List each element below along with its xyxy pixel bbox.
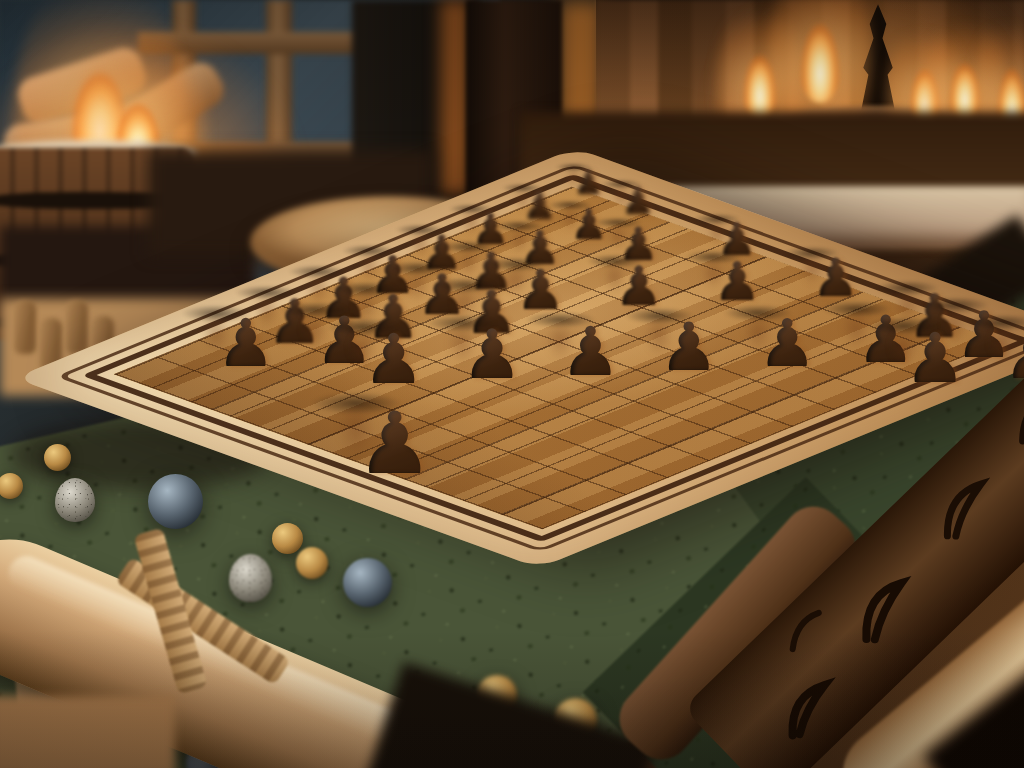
tafl-piece-glyph: ♟: [615, 261, 664, 313]
tafl-piece-glyph: ♟: [363, 327, 425, 393]
tafl-piece-glyph: ♟: [758, 313, 817, 375]
tafl-piece-glyph: ♟: [812, 253, 859, 303]
scene-stage: ♟♟♟♟♟♟♟♟♟♟♟♟♟♟♟♟♟♟♟♟♟♟♟♟♟♟♟♟♟♟♟♟♟: [0, 0, 1024, 768]
tafl-piece-glyph: ♟: [462, 323, 523, 388]
tafl-piece-glyph: ♟: [573, 167, 603, 199]
tafl-piece-glyph: ♟: [216, 313, 275, 376]
gold-counter[interactable]: [272, 523, 303, 554]
gold-counter[interactable]: [296, 547, 328, 579]
tafl-piece-glyph: ♟: [713, 257, 761, 308]
tafl-piece-glyph: ♟: [1003, 323, 1024, 388]
table-leg-corner: [0, 696, 175, 768]
stone-counter[interactable]: [55, 478, 95, 522]
steel-counter[interactable]: [343, 558, 392, 607]
tafl-piece-glyph: ♟: [516, 264, 565, 316]
tafl-piece-glyph: ♟: [904, 326, 966, 391]
stone-counter[interactable]: [229, 554, 272, 601]
tafl-piece-glyph: ♟: [356, 403, 433, 484]
tafl-piece-glyph: ♟: [621, 184, 655, 220]
tafl-piece-glyph: ♟: [659, 316, 719, 379]
wood-peg: [66, 300, 88, 354]
steel-counter[interactable]: [148, 474, 203, 529]
gold-counter[interactable]: [44, 444, 71, 471]
wood-peg: [14, 300, 36, 354]
tafl-piece-glyph: ♟: [560, 320, 620, 384]
